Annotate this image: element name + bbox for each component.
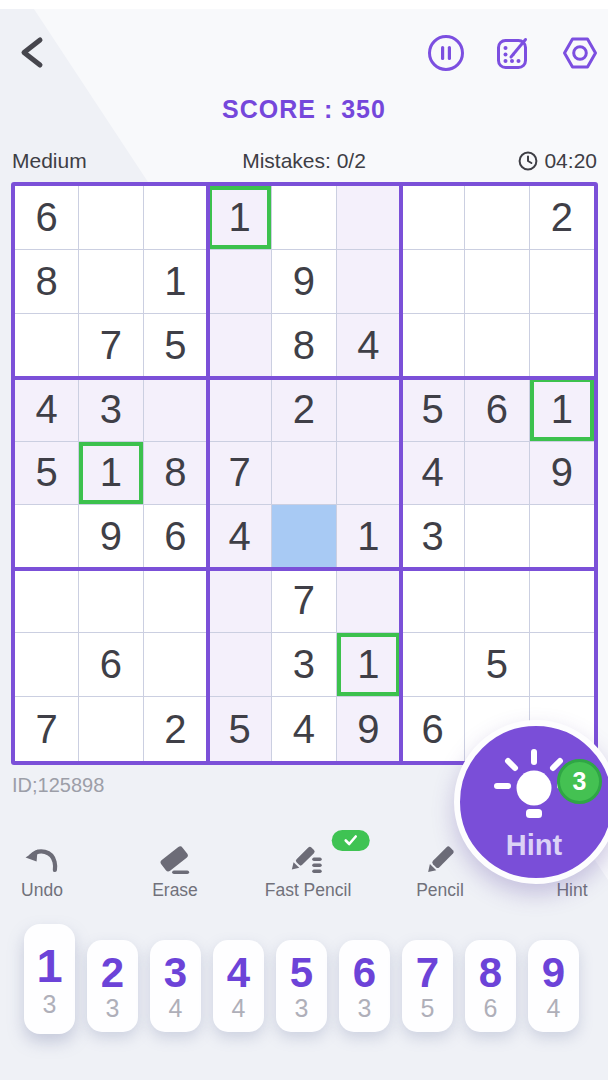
fast-pencil-icon — [289, 844, 327, 878]
cell-r6c9[interactable] — [530, 505, 594, 569]
top-right-buttons — [426, 33, 600, 73]
numpad-remaining-count: 4 — [547, 996, 561, 1021]
cell-r3c4[interactable] — [208, 314, 272, 378]
cell-r4c3[interactable] — [144, 378, 208, 442]
cell-r3c2[interactable]: 7 — [79, 314, 143, 378]
cell-r2c2[interactable] — [79, 250, 143, 314]
cell-r4c2[interactable]: 3 — [79, 378, 143, 442]
numpad-key-5[interactable]: 53 — [276, 940, 327, 1032]
cell-r7c2[interactable] — [79, 569, 143, 633]
cell-r1c6[interactable] — [337, 186, 401, 250]
numpad-digit: 4 — [227, 951, 250, 995]
pause-icon — [426, 33, 466, 73]
cell-r6c5[interactable] — [272, 505, 336, 569]
numpad-key-6[interactable]: 63 — [339, 940, 390, 1032]
cell-r7c6[interactable] — [337, 569, 401, 633]
cell-r5c9[interactable]: 9 — [530, 442, 594, 506]
numpad-remaining-count: 6 — [484, 996, 498, 1021]
cell-r6c1[interactable] — [15, 505, 79, 569]
numpad-digit: 8 — [479, 951, 502, 995]
info-row: Medium Mistakes: 0/2 04:20 — [0, 147, 608, 175]
cell-r9c4[interactable]: 5 — [208, 697, 272, 761]
cell-r3c7[interactable] — [401, 314, 465, 378]
cell-r7c4[interactable] — [208, 569, 272, 633]
score-text: SCORE : 350 — [0, 95, 608, 124]
numpad-digit: 2 — [101, 951, 124, 995]
cell-r8c8[interactable]: 5 — [465, 633, 529, 697]
erase-button[interactable]: Erase — [152, 838, 198, 901]
cell-r7c8[interactable] — [465, 569, 529, 633]
settings-hexagon-icon — [560, 33, 600, 73]
pencil-label: Pencil — [416, 880, 464, 900]
numpad-digit: 9 — [542, 951, 565, 995]
cell-r7c3[interactable] — [144, 569, 208, 633]
numpad-key-4[interactable]: 44 — [213, 940, 264, 1032]
undo-icon — [23, 844, 61, 878]
numpad-key-9[interactable]: 94 — [528, 940, 579, 1032]
notes-pencil-icon — [493, 33, 533, 73]
cell-r6c4[interactable]: 4 — [208, 505, 272, 569]
numpad-key-7[interactable]: 75 — [402, 940, 453, 1032]
hint-label: Hint — [556, 880, 587, 900]
cell-r1c7[interactable] — [401, 186, 465, 250]
numpad-remaining-count: 4 — [232, 996, 246, 1021]
numpad-remaining-count: 3 — [358, 996, 372, 1021]
cell-r5c5[interactable] — [272, 442, 336, 506]
cell-r4c4[interactable] — [208, 378, 272, 442]
numpad-remaining-count: 4 — [169, 996, 183, 1021]
cell-r2c5[interactable]: 9 — [272, 250, 336, 314]
cell-r9c6[interactable]: 9 — [337, 697, 401, 761]
cell-r1c1[interactable]: 6 — [15, 186, 79, 250]
cell-r1c5[interactable] — [272, 186, 336, 250]
fast-pencil-on-badge — [332, 830, 370, 851]
cell-r6c8[interactable] — [465, 505, 529, 569]
cell-r4c7[interactable]: 5 — [401, 378, 465, 442]
cell-r2c6[interactable] — [337, 250, 401, 314]
cell-r5c3[interactable]: 8 — [144, 442, 208, 506]
cell-r4c8[interactable]: 6 — [465, 378, 529, 442]
sudoku-screen: SCORE : 350 Medium Mistakes: 0/2 04:20 6… — [0, 0, 608, 1080]
cell-r7c7[interactable] — [401, 569, 465, 633]
cell-r3c8[interactable] — [465, 314, 529, 378]
numpad-key-8[interactable]: 86 — [465, 940, 516, 1032]
numpad-key-1[interactable]: 13 — [24, 924, 75, 1034]
numpad-remaining-count: 3 — [43, 992, 57, 1017]
numpad-digit: 6 — [353, 951, 376, 995]
number-pad: 132334445363758694 — [24, 924, 579, 1034]
puzzle-id: ID;125898 — [12, 774, 104, 797]
cell-r4c5[interactable]: 2 — [272, 378, 336, 442]
cell-r6c3[interactable]: 6 — [144, 505, 208, 569]
cell-r3c9[interactable] — [530, 314, 594, 378]
cell-r4c6[interactable] — [337, 378, 401, 442]
hint-fab-button[interactable]: Hint 3 — [454, 720, 608, 884]
clock-icon — [517, 150, 539, 172]
pencil-icon — [421, 844, 459, 878]
hint-count-badge: 3 — [557, 759, 602, 804]
cell-r2c8[interactable] — [465, 250, 529, 314]
cell-r6c6[interactable]: 1 — [337, 505, 401, 569]
notes-button[interactable] — [493, 33, 533, 73]
cell-r4c9[interactable]: 1 — [530, 378, 594, 442]
eraser-icon — [156, 844, 194, 878]
numpad-remaining-count: 3 — [295, 996, 309, 1021]
cell-r9c1[interactable]: 7 — [15, 697, 79, 761]
cell-r2c1[interactable]: 8 — [15, 250, 79, 314]
pause-button[interactable] — [426, 33, 466, 73]
cell-r3c5[interactable]: 8 — [272, 314, 336, 378]
cell-r3c6[interactable]: 4 — [337, 314, 401, 378]
cell-r8c6[interactable]: 1 — [337, 633, 401, 697]
cell-r3c3[interactable]: 5 — [144, 314, 208, 378]
numpad-remaining-count: 5 — [421, 996, 435, 1021]
cell-r6c2[interactable]: 9 — [79, 505, 143, 569]
check-icon — [343, 834, 359, 847]
numpad-digit: 5 — [290, 951, 313, 995]
undo-button[interactable]: Undo — [21, 838, 63, 901]
cell-r8c3[interactable] — [144, 633, 208, 697]
cell-r8c4[interactable] — [208, 633, 272, 697]
erase-label: Erase — [152, 880, 198, 900]
cell-r8c1[interactable] — [15, 633, 79, 697]
numpad-remaining-count: 3 — [106, 996, 120, 1021]
back-chevron-icon — [16, 36, 50, 70]
time-text: 04:20 — [544, 149, 597, 173]
cell-r9c2[interactable] — [79, 697, 143, 761]
numpad-digit: 1 — [36, 941, 62, 990]
cell-r1c9[interactable]: 2 — [530, 186, 594, 250]
cell-r5c2[interactable]: 1 — [79, 442, 143, 506]
cell-r5c8[interactable] — [465, 442, 529, 506]
cell-r7c5[interactable]: 7 — [272, 569, 336, 633]
timer: 04:20 — [517, 149, 597, 173]
cell-r2c4[interactable] — [208, 250, 272, 314]
cell-r5c4[interactable]: 7 — [208, 442, 272, 506]
cell-r9c7[interactable]: 6 — [401, 697, 465, 761]
cell-r5c6[interactable] — [337, 442, 401, 506]
numpad-key-2[interactable]: 23 — [87, 940, 138, 1032]
status-bar-strip — [0, 0, 608, 9]
pencil-button[interactable]: Pencil — [416, 838, 464, 901]
cell-r1c2[interactable] — [79, 186, 143, 250]
cell-r2c3[interactable]: 1 — [144, 250, 208, 314]
cell-r1c8[interactable] — [465, 186, 529, 250]
cell-r8c5[interactable]: 3 — [272, 633, 336, 697]
cell-r7c1[interactable] — [15, 569, 79, 633]
numpad-digit: 7 — [416, 951, 439, 995]
hint-fab-label: Hint — [460, 829, 608, 862]
numpad-key-3[interactable]: 34 — [150, 940, 201, 1032]
cell-r8c7[interactable] — [401, 633, 465, 697]
fast-pencil-button[interactable]: Fast Pencil — [265, 838, 352, 901]
cell-r1c3[interactable] — [144, 186, 208, 250]
cell-r9c3[interactable]: 2 — [144, 697, 208, 761]
undo-label: Undo — [21, 880, 63, 900]
numpad-digit: 3 — [164, 951, 187, 995]
cell-r2c9[interactable] — [530, 250, 594, 314]
cell-r2c7[interactable] — [401, 250, 465, 314]
cell-r5c7[interactable]: 4 — [401, 442, 465, 506]
cell-r1c4[interactable]: 1 — [208, 186, 272, 250]
cell-r8c9[interactable] — [530, 633, 594, 697]
cell-r3c1[interactable] — [15, 314, 79, 378]
settings-button[interactable] — [560, 33, 600, 73]
cell-r9c5[interactable]: 4 — [272, 697, 336, 761]
cell-r5c1[interactable]: 5 — [15, 442, 79, 506]
cell-r4c1[interactable]: 4 — [15, 378, 79, 442]
fast-pencil-label: Fast Pencil — [265, 880, 352, 900]
sudoku-board: 61281975844325615187499641376315725496 — [11, 182, 598, 765]
cell-r8c2[interactable]: 6 — [79, 633, 143, 697]
back-button[interactable] — [16, 36, 50, 70]
cell-r7c9[interactable] — [530, 569, 594, 633]
cell-r6c7[interactable]: 3 — [401, 505, 465, 569]
